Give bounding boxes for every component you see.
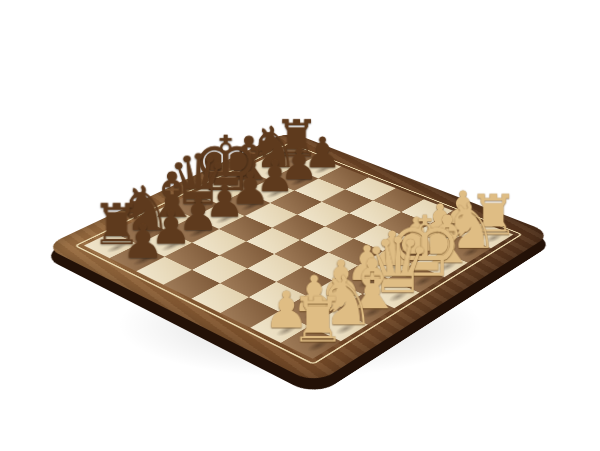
board-frame: ♜♞♝♛♚♝♞♜♟♟♟♟♟♟♟♟♟♟♟♟♟♟♟♟♜♞♝♛♚♝♞♜: [44, 131, 552, 384]
white-rook: ♜: [279, 288, 355, 351]
black-pawn: ♟: [108, 217, 178, 264]
perspective-scene: ♜♞♝♛♚♝♞♜♟♟♟♟♟♟♟♟♟♟♟♟♟♟♟♟♜♞♝♛♚♝♞♜: [0, 0, 600, 451]
board-squares-grid: ♜♞♝♛♚♝♞♜♟♟♟♟♟♟♟♟♟♟♟♟♟♟♟♟♜♞♝♛♚♝♞♜: [84, 146, 513, 358]
chess-board: ♜♞♝♛♚♝♞♜♟♟♟♟♟♟♟♟♟♟♟♟♟♟♟♟♜♞♝♛♚♝♞♜: [44, 131, 552, 384]
product-photo-stage: ♜♞♝♛♚♝♞♜♟♟♟♟♟♟♟♟♟♟♟♟♟♟♟♟♜♞♝♛♚♝♞♜: [0, 0, 600, 451]
